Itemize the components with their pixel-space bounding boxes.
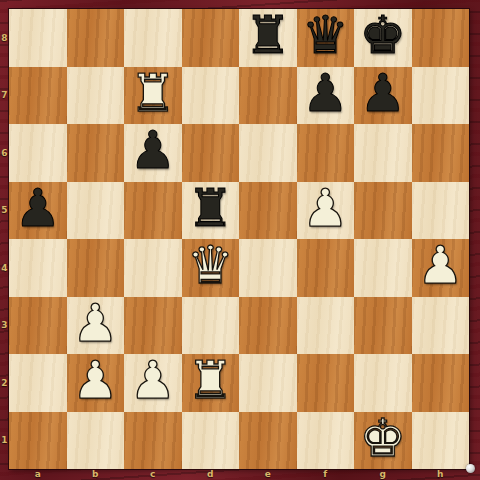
square-f5[interactable]: ♟ (297, 182, 355, 240)
square-a5[interactable]: ♟ (9, 182, 67, 240)
square-a1[interactable] (9, 412, 67, 470)
square-f4[interactable] (297, 239, 355, 297)
file-label-g: g (373, 469, 393, 480)
rank-label-8: 8 (0, 33, 9, 43)
square-h8[interactable] (412, 9, 470, 67)
square-b4[interactable] (67, 239, 125, 297)
square-e2[interactable] (239, 354, 297, 412)
white-rook-c7[interactable]: ♜ (129, 65, 176, 122)
white-pawn-b3[interactable]: ♟ (72, 295, 119, 352)
square-g6[interactable] (354, 124, 412, 182)
square-b7[interactable] (67, 67, 125, 125)
square-b6[interactable] (67, 124, 125, 182)
square-a2[interactable] (9, 354, 67, 412)
square-b3[interactable]: ♟ (67, 297, 125, 355)
square-h7[interactable] (412, 67, 470, 125)
square-a7[interactable] (9, 67, 67, 125)
square-b8[interactable] (67, 9, 125, 67)
square-e3[interactable] (239, 297, 297, 355)
square-c1[interactable] (124, 412, 182, 470)
square-b1[interactable] (67, 412, 125, 470)
chess-board: ♜♛♚♜♟♟♟♟♜♟♛♟♟♟♟♜♚ (9, 9, 469, 469)
square-f2[interactable] (297, 354, 355, 412)
white-pawn-c2[interactable]: ♟ (129, 352, 176, 409)
square-g5[interactable] (354, 182, 412, 240)
square-d8[interactable] (182, 9, 240, 67)
square-a3[interactable] (9, 297, 67, 355)
square-g4[interactable] (354, 239, 412, 297)
white-pawn-h4[interactable]: ♟ (417, 237, 464, 294)
white-queen-d4[interactable]: ♛ (187, 237, 234, 294)
square-d6[interactable] (182, 124, 240, 182)
square-b2[interactable]: ♟ (67, 354, 125, 412)
square-b5[interactable] (67, 182, 125, 240)
square-f6[interactable] (297, 124, 355, 182)
square-d1[interactable] (182, 412, 240, 470)
black-queen-f8[interactable]: ♛ (302, 7, 349, 64)
black-pawn-g7[interactable]: ♟ (359, 65, 406, 122)
square-g1[interactable]: ♚ (354, 412, 412, 470)
rank-label-2: 2 (0, 378, 9, 388)
square-e4[interactable] (239, 239, 297, 297)
rank-label-6: 6 (0, 148, 9, 158)
square-g3[interactable] (354, 297, 412, 355)
square-g7[interactable]: ♟ (354, 67, 412, 125)
square-e6[interactable] (239, 124, 297, 182)
square-d5[interactable]: ♜ (182, 182, 240, 240)
rank-label-5: 5 (0, 205, 9, 215)
square-d3[interactable] (182, 297, 240, 355)
square-f3[interactable] (297, 297, 355, 355)
square-a4[interactable] (9, 239, 67, 297)
square-f1[interactable] (297, 412, 355, 470)
square-h1[interactable] (412, 412, 470, 470)
square-e1[interactable] (239, 412, 297, 470)
square-e5[interactable] (239, 182, 297, 240)
black-rook-d5[interactable]: ♜ (187, 180, 234, 237)
board-frame: ♜♛♚♜♟♟♟♟♜♟♛♟♟♟♟♜♚ 87654321abcdefgh (0, 0, 480, 480)
square-e7[interactable] (239, 67, 297, 125)
square-f7[interactable]: ♟ (297, 67, 355, 125)
square-c6[interactable]: ♟ (124, 124, 182, 182)
white-rook-d2[interactable]: ♜ (187, 352, 234, 409)
black-king-g8[interactable]: ♚ (359, 7, 406, 64)
square-c7[interactable]: ♜ (124, 67, 182, 125)
square-g8[interactable]: ♚ (354, 9, 412, 67)
square-a8[interactable] (9, 9, 67, 67)
black-pawn-f7[interactable]: ♟ (302, 65, 349, 122)
file-label-e: e (258, 469, 278, 480)
square-d7[interactable] (182, 67, 240, 125)
file-label-c: c (143, 469, 163, 480)
square-c2[interactable]: ♟ (124, 354, 182, 412)
rank-label-4: 4 (0, 263, 9, 273)
square-c5[interactable] (124, 182, 182, 240)
rank-label-7: 7 (0, 90, 9, 100)
white-pawn-b2[interactable]: ♟ (72, 352, 119, 409)
black-rook-e8[interactable]: ♜ (244, 7, 291, 64)
square-e8[interactable]: ♜ (239, 9, 297, 67)
square-d4[interactable]: ♛ (182, 239, 240, 297)
square-h3[interactable] (412, 297, 470, 355)
file-label-h: h (430, 469, 450, 480)
square-d2[interactable]: ♜ (182, 354, 240, 412)
square-h4[interactable]: ♟ (412, 239, 470, 297)
square-h5[interactable] (412, 182, 470, 240)
rank-label-3: 3 (0, 320, 9, 330)
white-pawn-f5[interactable]: ♟ (302, 180, 349, 237)
file-label-d: d (200, 469, 220, 480)
file-label-a: a (28, 469, 48, 480)
black-pawn-a5[interactable]: ♟ (14, 180, 61, 237)
square-c8[interactable] (124, 9, 182, 67)
rank-label-1: 1 (0, 435, 9, 445)
square-h2[interactable] (412, 354, 470, 412)
square-a6[interactable] (9, 124, 67, 182)
square-h6[interactable] (412, 124, 470, 182)
black-pawn-c6[interactable]: ♟ (129, 122, 176, 179)
square-c4[interactable] (124, 239, 182, 297)
white-to-move-indicator (466, 464, 475, 473)
file-label-b: b (85, 469, 105, 480)
square-g2[interactable] (354, 354, 412, 412)
file-label-f: f (315, 469, 335, 480)
square-f8[interactable]: ♛ (297, 9, 355, 67)
square-c3[interactable] (124, 297, 182, 355)
white-king-g1[interactable]: ♚ (359, 410, 406, 467)
